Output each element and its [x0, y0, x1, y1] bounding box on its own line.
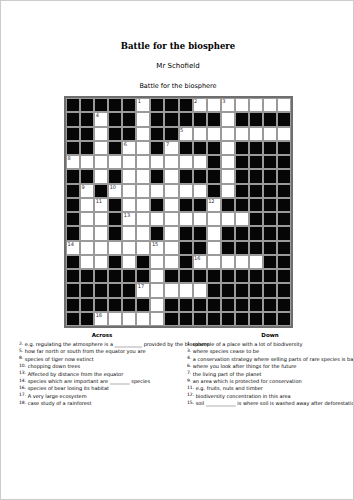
- grid-cell-black: [236, 199, 248, 211]
- grid-cell-black: [278, 113, 290, 125]
- grid-cell[interactable]: [222, 256, 234, 268]
- grid-cell-black: [264, 199, 276, 211]
- clue-number: 11.: [187, 384, 194, 391]
- author-name: Mr Schofield: [1, 62, 354, 70]
- grid-cell-black: [81, 128, 93, 140]
- clue-number: 18.: [19, 399, 26, 406]
- grid-cell-black: [278, 213, 290, 225]
- grid-cell-black: [123, 270, 135, 282]
- grid-cell-black: [67, 256, 79, 268]
- grid-cell-black: [81, 270, 93, 282]
- grid-cell[interactable]: [208, 227, 220, 239]
- grid-cell-black: [278, 299, 290, 311]
- grid-cell[interactable]: [109, 156, 121, 168]
- grid-cell-black: [123, 299, 135, 311]
- cell-number: 10: [110, 185, 116, 190]
- grid-cell[interactable]: [180, 284, 192, 296]
- grid-cell[interactable]: [151, 270, 163, 282]
- clue-number: 12.: [187, 391, 194, 398]
- grid-cell[interactable]: [151, 284, 163, 296]
- grid-cell-black: [236, 227, 248, 239]
- clue-item: 6.where you look after things for the fu…: [187, 363, 353, 370]
- grid-cell[interactable]: [151, 213, 163, 225]
- cell-number: 6: [124, 142, 127, 147]
- grid-cell[interactable]: [208, 256, 220, 268]
- grid-cell[interactable]: [123, 227, 135, 239]
- grid-cell-black: [123, 284, 135, 296]
- clue-number: 1.: [187, 340, 191, 347]
- clue-item: 3.where species cease to be: [187, 348, 353, 355]
- grid-cell[interactable]: [180, 156, 192, 168]
- grid-cell[interactable]: [151, 156, 163, 168]
- grid-cell-black: [278, 270, 290, 282]
- clue-item: 7.the living part of the planet: [187, 371, 353, 378]
- clue-number: 13.: [19, 369, 26, 376]
- grid-cell[interactable]: [151, 256, 163, 268]
- grid-cell[interactable]: [194, 185, 206, 197]
- grid-cell[interactable]: 16: [194, 256, 206, 268]
- grid-cell-black: [250, 170, 262, 182]
- grid-cell-black: [109, 213, 121, 225]
- grid-cell-black: [81, 113, 93, 125]
- cell-number: 13: [124, 213, 130, 218]
- grid-cell[interactable]: [194, 213, 206, 225]
- grid-cell[interactable]: 15: [151, 242, 163, 254]
- grid-cell[interactable]: [95, 242, 107, 254]
- grid-cell-black: [236, 185, 248, 197]
- grid-cell-black: [264, 284, 276, 296]
- grid-cell[interactable]: [81, 256, 93, 268]
- grid-cell[interactable]: [165, 242, 177, 254]
- grid-cell-black: [222, 270, 234, 282]
- grid-cell[interactable]: [137, 170, 149, 182]
- grid-cell-black: [222, 199, 234, 211]
- grid-cell-black: [81, 313, 93, 325]
- grid-cell-black: [95, 99, 107, 111]
- grid-cell[interactable]: [236, 128, 248, 140]
- grid-cell[interactable]: [137, 142, 149, 154]
- grid-cell-black: [165, 270, 177, 282]
- grid-cell-black: [278, 313, 290, 325]
- grid-cell[interactable]: [81, 199, 93, 211]
- grid-cell-black: [67, 213, 79, 225]
- down-clues-column: Down 1.example of a place with a lot of …: [187, 332, 353, 408]
- grid-cell-black: [151, 170, 163, 182]
- grid-cell[interactable]: 14: [67, 242, 79, 254]
- grid-cell[interactable]: [81, 213, 93, 225]
- across-clue-list: 2.e.g. regulating the atmosphere is a __…: [19, 341, 185, 408]
- grid-cell-black: [95, 185, 107, 197]
- grid-cell-black: [180, 270, 192, 282]
- grid-cell-black: [109, 99, 121, 111]
- grid-cell-black: [208, 142, 220, 154]
- grid-cell-black: [194, 113, 206, 125]
- grid-cell[interactable]: [95, 142, 107, 154]
- grid-cell-black: [180, 113, 192, 125]
- clue-item: 11.e.g. fruits, nuts and timber: [187, 385, 353, 392]
- grid-cell-black: [67, 142, 79, 154]
- grid-cell-black: [109, 299, 121, 311]
- grid-cell[interactable]: [137, 185, 149, 197]
- clue-number: 10.: [19, 362, 26, 369]
- grid-cell[interactable]: [95, 227, 107, 239]
- grid-cell[interactable]: [137, 227, 149, 239]
- grid-cell-black: [180, 227, 192, 239]
- grid-cell-black: [109, 284, 121, 296]
- grid-cell-black: [278, 170, 290, 182]
- grid-cell-black: [278, 156, 290, 168]
- clue-item: 15.soil ____________ is where soil is wa…: [187, 400, 353, 407]
- cell-number: 8: [68, 156, 71, 161]
- grid-cell[interactable]: [278, 128, 290, 140]
- grid-cell-black: [250, 142, 262, 154]
- grid-cell[interactable]: [236, 256, 248, 268]
- grid-cell[interactable]: [137, 128, 149, 140]
- grid-cell-black: [236, 284, 248, 296]
- grid-cell-black: [250, 213, 262, 225]
- grid-cell[interactable]: [180, 185, 192, 197]
- cell-number: 18: [96, 313, 102, 318]
- grid-cell[interactable]: [137, 113, 149, 125]
- clue-number: 3.: [187, 347, 191, 354]
- clue-item: 8.species of tiger now extinct: [19, 356, 185, 363]
- grid-cell-black: [67, 299, 79, 311]
- clue-number: 2.: [19, 340, 23, 347]
- grid-cell[interactable]: [123, 242, 135, 254]
- grid-cell[interactable]: [222, 185, 234, 197]
- grid-cell-black: [180, 199, 192, 211]
- grid-cell[interactable]: [222, 128, 234, 140]
- grid-cell-black: [264, 170, 276, 182]
- clue-item: 10.chopping down trees: [19, 363, 185, 370]
- grid-cell[interactable]: [165, 227, 177, 239]
- grid-cell-black: [67, 113, 79, 125]
- grid-cell-black: [123, 128, 135, 140]
- grid-cell-black: [236, 156, 248, 168]
- clue-item: 13.Affected by distance from the equator: [19, 371, 185, 378]
- clue-item: 5.how far north or south from the equato…: [19, 348, 185, 355]
- grid-cell[interactable]: [137, 199, 149, 211]
- grid-cell-black: [250, 199, 262, 211]
- clue-item: 16.species of bear losing its habitat: [19, 385, 185, 392]
- grid-cell-black: [109, 128, 121, 140]
- grid-cell[interactable]: [165, 185, 177, 197]
- grid-cell[interactable]: 17: [137, 284, 149, 296]
- grid-cell[interactable]: [137, 242, 149, 254]
- grid-cell-black: [137, 299, 149, 311]
- clue-number: 7.: [187, 369, 191, 376]
- grid-cell-black: [236, 142, 248, 154]
- grid-cell-black: [180, 299, 192, 311]
- grid-cell-black: [250, 242, 262, 254]
- grid-cell[interactable]: 9: [81, 185, 93, 197]
- grid-cell-black: [81, 299, 93, 311]
- cell-number: 14: [68, 242, 74, 247]
- grid-cell-black: [222, 313, 234, 325]
- grid-cell-black: [109, 270, 121, 282]
- grid-cell[interactable]: [123, 170, 135, 182]
- grid-cell[interactable]: 7: [165, 142, 177, 154]
- grid-cell[interactable]: 8: [67, 156, 79, 168]
- grid-cell[interactable]: [165, 170, 177, 182]
- grid-cell[interactable]: [236, 213, 248, 225]
- grid-cell-black: [236, 270, 248, 282]
- grid-cell-black: [278, 256, 290, 268]
- grid-cell-black: [109, 256, 121, 268]
- grid-cell-black: [208, 156, 220, 168]
- grid-cell-black: [67, 199, 79, 211]
- grid-cell-black: [250, 313, 262, 325]
- grid-cell[interactable]: [95, 128, 107, 140]
- grid-cell[interactable]: 6: [123, 142, 135, 154]
- grid-cell[interactable]: [208, 242, 220, 254]
- grid-cell[interactable]: [236, 99, 248, 111]
- cell-number: 11: [96, 199, 102, 204]
- grid-cell-black: [180, 313, 192, 325]
- grid-cell[interactable]: [208, 128, 220, 140]
- grid-cell-black: [95, 284, 107, 296]
- grid-cell-black: [208, 299, 220, 311]
- grid-cell[interactable]: [95, 156, 107, 168]
- crossword-subtitle: Battle for the biosphere: [1, 82, 354, 90]
- grid-cell-black: [180, 256, 192, 268]
- grid-cell-black: [151, 99, 163, 111]
- grid-cell[interactable]: 4: [95, 113, 107, 125]
- grid-cell[interactable]: [123, 256, 135, 268]
- grid-cell[interactable]: [194, 284, 206, 296]
- clue-item: 12.biodiversity concentration in this ar…: [187, 393, 353, 400]
- grid-cell-black: [208, 185, 220, 197]
- grid-cell-black: [264, 256, 276, 268]
- grid-cell[interactable]: 13: [123, 213, 135, 225]
- grid-cell-black: [264, 185, 276, 197]
- grid-cell[interactable]: [250, 128, 262, 140]
- grid-cell[interactable]: [264, 128, 276, 140]
- grid-cell-black: [250, 270, 262, 282]
- grid-cell-black: [67, 270, 79, 282]
- grid-cell-black: [123, 113, 135, 125]
- clue-number: 14.: [19, 377, 26, 384]
- grid-cell-black: [278, 227, 290, 239]
- grid-cell[interactable]: [165, 256, 177, 268]
- grid-cell[interactable]: 11: [95, 199, 107, 211]
- grid-cell[interactable]: [278, 99, 290, 111]
- grid-cell[interactable]: [123, 185, 135, 197]
- grid-cell-black: [194, 142, 206, 154]
- cell-number: 9: [82, 185, 85, 190]
- grid-cell-black: [250, 113, 262, 125]
- grid-cell-black: [109, 199, 121, 211]
- grid-cell[interactable]: [151, 313, 163, 325]
- grid-cell-black: [236, 242, 248, 254]
- grid-cell-black: [81, 284, 93, 296]
- grid-cell[interactable]: 10: [109, 185, 121, 197]
- grid-cell-black: [264, 313, 276, 325]
- grid-cell[interactable]: [208, 213, 220, 225]
- grid-cell[interactable]: [165, 199, 177, 211]
- down-heading: Down: [187, 332, 353, 338]
- grid-cell-black: [208, 284, 220, 296]
- grid-cell-black: [67, 313, 79, 325]
- page-title: Battle for the biosphere: [1, 41, 354, 51]
- clue-item: 17.A very large ecosystem: [19, 393, 185, 400]
- grid-cell[interactable]: 2: [194, 99, 206, 111]
- grid-cell[interactable]: [222, 113, 234, 125]
- clue-number: 15.: [187, 399, 194, 406]
- cell-number: 3: [222, 99, 225, 104]
- cell-number: 17: [138, 284, 144, 289]
- grid-cell[interactable]: [95, 170, 107, 182]
- cell-number: 5: [180, 128, 183, 133]
- grid-cell[interactable]: [222, 156, 234, 168]
- clue-number: 6.: [187, 362, 191, 369]
- grid-cell-black: [67, 185, 79, 197]
- down-clue-list: 1.example of a place with a lot of biodi…: [187, 341, 353, 408]
- grid-cell-black: [151, 199, 163, 211]
- clue-number: 16.: [19, 384, 26, 391]
- grid-cell[interactable]: [109, 242, 121, 254]
- grid-cell[interactable]: [250, 99, 262, 111]
- grid-cell[interactable]: [194, 156, 206, 168]
- clue-number: 8.: [19, 354, 23, 361]
- grid-cell-black: [194, 242, 206, 254]
- grid-cell-black: [151, 128, 163, 140]
- clue-number: 17.: [19, 391, 26, 398]
- grid-cell[interactable]: [165, 284, 177, 296]
- grid-cell-black: [137, 256, 149, 268]
- grid-cell[interactable]: [250, 256, 262, 268]
- grid-cell[interactable]: [264, 99, 276, 111]
- grid-cell-black: [67, 170, 79, 182]
- grid-cell-black: [165, 99, 177, 111]
- grid-cell-black: [222, 299, 234, 311]
- grid-cell[interactable]: 3: [222, 99, 234, 111]
- grid-cell-black: [264, 227, 276, 239]
- grid-cell-black: [264, 242, 276, 254]
- grid-cell-black: [278, 142, 290, 154]
- grid-cell[interactable]: [137, 313, 149, 325]
- grid-cell-black: [250, 227, 262, 239]
- grid-cell-black: [264, 299, 276, 311]
- grid-cell[interactable]: 18: [95, 313, 107, 325]
- crossword-grid[interactable]: 123456789101112131415161718: [64, 96, 293, 328]
- grid-cell[interactable]: [95, 213, 107, 225]
- grid-cell-black: [123, 99, 135, 111]
- worksheet-page: Battle for the biosphere Mr Schofield Ba…: [0, 0, 354, 500]
- grid-cell-black: [264, 270, 276, 282]
- grid-cell-black: [81, 142, 93, 154]
- grid-cell-black: [165, 113, 177, 125]
- clue-number: 9.: [187, 377, 191, 384]
- clue-number: 4.: [187, 354, 191, 361]
- grid-cell-black: [236, 113, 248, 125]
- grid-cell[interactable]: [151, 185, 163, 197]
- grid-cell[interactable]: [151, 299, 163, 311]
- grid-cell-black: [137, 270, 149, 282]
- clue-item: 2.e.g. regulating the atmosphere is a __…: [19, 341, 185, 348]
- grid-cell-black: [67, 227, 79, 239]
- cell-number: 12: [208, 199, 214, 204]
- clue-item: 1.example of a place with a lot of biodi…: [187, 341, 353, 348]
- grid-cell[interactable]: [180, 213, 192, 225]
- grid-cell[interactable]: [165, 213, 177, 225]
- grid-cell-black: [278, 284, 290, 296]
- grid-cell-black: [236, 299, 248, 311]
- grid-cell-black: [165, 128, 177, 140]
- clue-item: 18.case study of a rainforest: [19, 400, 185, 407]
- grid-cell-black: [250, 284, 262, 296]
- grid-cell[interactable]: [123, 156, 135, 168]
- grid-cell[interactable]: [137, 213, 149, 225]
- grid-cell[interactable]: [81, 156, 93, 168]
- grid-cell[interactable]: 5: [180, 128, 192, 140]
- grid-cell[interactable]: [194, 128, 206, 140]
- grid-cell[interactable]: 1: [137, 99, 149, 111]
- grid-cell-black: [208, 113, 220, 125]
- grid-cell[interactable]: [165, 156, 177, 168]
- grid-cell-black: [151, 227, 163, 239]
- grid-cell-black: [180, 170, 192, 182]
- grid-cell-black: [250, 299, 262, 311]
- grid-cell[interactable]: [222, 142, 234, 154]
- grid-cell-black: [264, 113, 276, 125]
- grid-cell-black: [208, 170, 220, 182]
- cell-number: 4: [96, 113, 99, 118]
- across-heading: Across: [19, 332, 185, 338]
- grid-cell-black: [180, 99, 192, 111]
- grid-cell-black: [67, 99, 79, 111]
- grid-cell-black: [81, 99, 93, 111]
- grid-cell-black: [151, 113, 163, 125]
- clue-item: 14.species which are important are _____…: [19, 378, 185, 385]
- clue-item: 4.a conservation strategy where selling …: [187, 356, 353, 363]
- grid-cell[interactable]: [208, 99, 220, 111]
- grid-cell-black: [208, 313, 220, 325]
- grid-cell[interactable]: [109, 313, 121, 325]
- grid-cell-black: [194, 313, 206, 325]
- grid-cell[interactable]: [81, 242, 93, 254]
- grid-cell-black: [250, 185, 262, 197]
- grid-cell[interactable]: [222, 170, 234, 182]
- grid-cell-black: [109, 170, 121, 182]
- cell-number: 1: [138, 99, 141, 104]
- cell-number: 2: [194, 99, 197, 104]
- grid-cell-black: [264, 156, 276, 168]
- grid-cell-black: [222, 242, 234, 254]
- grid-cell[interactable]: [137, 156, 149, 168]
- grid-cell[interactable]: [123, 199, 135, 211]
- grid-cell[interactable]: [123, 313, 135, 325]
- across-clues-column: Across 2.e.g. regulating the atmosphere …: [19, 332, 185, 408]
- grid-cell-black: [278, 242, 290, 254]
- grid-cell-black: [165, 299, 177, 311]
- grid-cell-black: [264, 142, 276, 154]
- grid-cell-black: [278, 199, 290, 211]
- grid-cell[interactable]: [81, 227, 93, 239]
- grid-cell[interactable]: [95, 256, 107, 268]
- grid-cell-black: [264, 213, 276, 225]
- grid-cell-black: [194, 199, 206, 211]
- clue-item: 9.an area which is protected for conserv…: [187, 378, 353, 385]
- clue-number: 5.: [19, 347, 23, 354]
- grid-cell[interactable]: [222, 213, 234, 225]
- grid-cell-black: [95, 270, 107, 282]
- grid-cell-black: [151, 142, 163, 154]
- grid-cell[interactable]: 12: [208, 199, 220, 211]
- cell-number: 15: [152, 242, 158, 247]
- grid-cell-black: [67, 284, 79, 296]
- grid-cell-black: [208, 270, 220, 282]
